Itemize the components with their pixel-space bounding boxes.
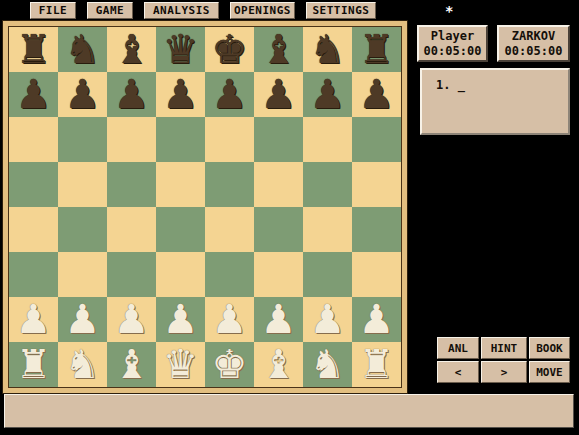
square-b5[interactable] — [58, 162, 107, 207]
square-b7[interactable]: ♟ — [58, 72, 107, 117]
side-button-panel: ANL HINT BOOK < > MOVE — [437, 337, 570, 385]
square-a8[interactable]: ♜ — [9, 27, 58, 72]
status-bar — [4, 394, 574, 428]
square-d1[interactable]: ♛ — [156, 342, 205, 387]
piece-black-rook[interactable]: ♜ — [16, 27, 52, 72]
square-e2[interactable]: ♟ — [205, 297, 254, 342]
square-h7[interactable]: ♟ — [352, 72, 401, 117]
square-d4[interactable] — [156, 207, 205, 252]
square-d5[interactable] — [156, 162, 205, 207]
piece-black-rook[interactable]: ♜ — [359, 27, 395, 72]
menu-game[interactable]: GAME — [87, 2, 133, 19]
piece-black-queen[interactable]: ♛ — [163, 27, 199, 72]
piece-black-pawn[interactable]: ♟ — [310, 72, 346, 117]
piece-black-pawn[interactable]: ♟ — [359, 72, 395, 117]
square-b6[interactable] — [58, 117, 107, 162]
move-list: 1. _ — [420, 68, 570, 135]
square-h3[interactable] — [352, 252, 401, 297]
next-move-button[interactable]: > — [481, 361, 527, 383]
square-g3[interactable] — [303, 252, 352, 297]
square-c7[interactable]: ♟ — [107, 72, 156, 117]
square-g7[interactable]: ♟ — [303, 72, 352, 117]
engine-clock: ZARKOV 00:05:00 — [497, 25, 570, 62]
piece-white-pawn[interactable]: ♟ — [114, 297, 150, 342]
piece-white-bishop[interactable]: ♝ — [114, 342, 150, 387]
move-button[interactable]: MOVE — [529, 361, 570, 383]
piece-white-pawn[interactable]: ♟ — [261, 297, 297, 342]
square-g6[interactable] — [303, 117, 352, 162]
square-c4[interactable] — [107, 207, 156, 252]
chess-board: ♜♞♝♛♚♝♞♜♟♟♟♟♟♟♟♟♟♟♟♟♟♟♟♟♜♞♝♛♚♝♞♜ — [8, 26, 402, 388]
square-d7[interactable]: ♟ — [156, 72, 205, 117]
player-clock: Player 00:05:00 — [417, 25, 488, 62]
square-e1[interactable]: ♚ — [205, 342, 254, 387]
square-h6[interactable] — [352, 117, 401, 162]
square-d2[interactable]: ♟ — [156, 297, 205, 342]
piece-white-pawn[interactable]: ♟ — [163, 297, 199, 342]
piece-black-pawn[interactable]: ♟ — [163, 72, 199, 117]
square-f3[interactable] — [254, 252, 303, 297]
square-e7[interactable]: ♟ — [205, 72, 254, 117]
square-c6[interactable] — [107, 117, 156, 162]
square-d6[interactable] — [156, 117, 205, 162]
piece-black-bishop[interactable]: ♝ — [261, 27, 297, 72]
piece-white-rook[interactable]: ♜ — [16, 342, 52, 387]
piece-black-pawn[interactable]: ♟ — [212, 72, 248, 117]
board-frame: ♜♞♝♛♚♝♞♜♟♟♟♟♟♟♟♟♟♟♟♟♟♟♟♟♜♞♝♛♚♝♞♜ — [2, 20, 408, 394]
square-a3[interactable] — [9, 252, 58, 297]
engine-name: ZARKOV — [512, 29, 555, 44]
square-c8[interactable]: ♝ — [107, 27, 156, 72]
square-d8[interactable]: ♛ — [156, 27, 205, 72]
piece-white-rook[interactable]: ♜ — [359, 342, 395, 387]
square-c2[interactable]: ♟ — [107, 297, 156, 342]
piece-white-knight[interactable]: ♞ — [65, 342, 101, 387]
square-a1[interactable]: ♜ — [9, 342, 58, 387]
player-name: Player — [431, 29, 474, 44]
square-f8[interactable]: ♝ — [254, 27, 303, 72]
piece-black-pawn[interactable]: ♟ — [261, 72, 297, 117]
square-f2[interactable]: ♟ — [254, 297, 303, 342]
piece-black-king[interactable]: ♚ — [212, 27, 248, 72]
piece-white-pawn[interactable]: ♟ — [359, 297, 395, 342]
menu-settings[interactable]: SETTINGS — [306, 2, 376, 19]
square-f4[interactable] — [254, 207, 303, 252]
square-a4[interactable] — [9, 207, 58, 252]
piece-white-king[interactable]: ♚ — [212, 342, 248, 387]
piece-black-knight[interactable]: ♞ — [65, 27, 101, 72]
square-e4[interactable] — [205, 207, 254, 252]
square-a5[interactable] — [9, 162, 58, 207]
zarkov-chess-app: FILE GAME ANALYSIS OPENINGS SETTINGS * P… — [0, 0, 579, 435]
hint-button[interactable]: HINT — [481, 337, 527, 359]
square-b4[interactable] — [58, 207, 107, 252]
square-h1[interactable]: ♜ — [352, 342, 401, 387]
square-e3[interactable] — [205, 252, 254, 297]
anl-button[interactable]: ANL — [437, 337, 479, 359]
square-f1[interactable]: ♝ — [254, 342, 303, 387]
square-f6[interactable] — [254, 117, 303, 162]
move-list-text: 1. _ — [436, 78, 465, 92]
square-a2[interactable]: ♟ — [9, 297, 58, 342]
piece-white-pawn[interactable]: ♟ — [65, 297, 101, 342]
engine-time: 00:05:00 — [505, 44, 563, 59]
square-h5[interactable] — [352, 162, 401, 207]
square-e8[interactable]: ♚ — [205, 27, 254, 72]
piece-white-knight[interactable]: ♞ — [310, 342, 346, 387]
square-e6[interactable] — [205, 117, 254, 162]
square-h2[interactable]: ♟ — [352, 297, 401, 342]
prev-move-button[interactable]: < — [437, 361, 479, 383]
square-d3[interactable] — [156, 252, 205, 297]
menu-file[interactable]: FILE — [30, 2, 76, 19]
piece-white-queen[interactable]: ♛ — [163, 342, 199, 387]
piece-black-pawn[interactable]: ♟ — [65, 72, 101, 117]
square-b3[interactable] — [58, 252, 107, 297]
piece-black-knight[interactable]: ♞ — [310, 27, 346, 72]
menu-bar: FILE GAME ANALYSIS OPENINGS SETTINGS — [30, 2, 376, 19]
piece-white-pawn[interactable]: ♟ — [212, 297, 248, 342]
player-time: 00:05:00 — [424, 44, 482, 59]
square-a6[interactable] — [9, 117, 58, 162]
square-h4[interactable] — [352, 207, 401, 252]
square-a7[interactable]: ♟ — [9, 72, 58, 117]
square-g5[interactable] — [303, 162, 352, 207]
square-g1[interactable]: ♞ — [303, 342, 352, 387]
square-f5[interactable] — [254, 162, 303, 207]
square-g8[interactable]: ♞ — [303, 27, 352, 72]
piece-black-pawn[interactable]: ♟ — [16, 72, 52, 117]
piece-black-pawn[interactable]: ♟ — [114, 72, 150, 117]
square-b2[interactable]: ♟ — [58, 297, 107, 342]
piece-black-bishop[interactable]: ♝ — [114, 27, 150, 72]
square-g4[interactable] — [303, 207, 352, 252]
square-b8[interactable]: ♞ — [58, 27, 107, 72]
square-c5[interactable] — [107, 162, 156, 207]
book-button[interactable]: BOOK — [529, 337, 570, 359]
turn-indicator: * — [445, 3, 453, 19]
square-c3[interactable] — [107, 252, 156, 297]
square-c1[interactable]: ♝ — [107, 342, 156, 387]
square-g2[interactable]: ♟ — [303, 297, 352, 342]
square-e5[interactable] — [205, 162, 254, 207]
piece-white-pawn[interactable]: ♟ — [16, 297, 52, 342]
square-f7[interactable]: ♟ — [254, 72, 303, 117]
piece-white-bishop[interactable]: ♝ — [261, 342, 297, 387]
menu-openings[interactable]: OPENINGS — [230, 2, 295, 19]
menu-analysis[interactable]: ANALYSIS — [144, 2, 219, 19]
square-b1[interactable]: ♞ — [58, 342, 107, 387]
square-h8[interactable]: ♜ — [352, 27, 401, 72]
piece-white-pawn[interactable]: ♟ — [310, 297, 346, 342]
